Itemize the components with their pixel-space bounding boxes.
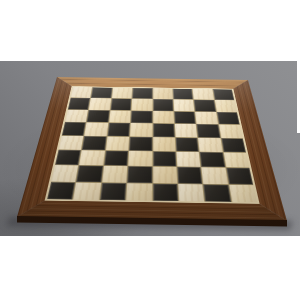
- square-h7: [215, 100, 237, 112]
- square-a5: [62, 122, 86, 135]
- square-d6: [131, 111, 152, 123]
- square-b2: [77, 166, 103, 182]
- square-b3: [80, 150, 105, 165]
- square-h1: [229, 185, 257, 203]
- square-c6: [109, 110, 131, 122]
- square-a6: [65, 110, 88, 122]
- board-grid: [47, 87, 257, 202]
- square-c4: [106, 136, 129, 150]
- square-c8: [112, 88, 132, 99]
- square-f4: [176, 137, 199, 151]
- square-a8: [71, 87, 93, 98]
- square-f6: [174, 111, 196, 123]
- square-e3: [153, 151, 176, 166]
- square-b7: [89, 98, 111, 110]
- square-a4: [59, 136, 84, 150]
- maple-border-line: [45, 86, 260, 204]
- square-d4: [129, 137, 152, 151]
- square-b1: [74, 182, 101, 200]
- square-e2: [153, 167, 177, 183]
- square-c3: [104, 151, 128, 166]
- square-g6: [195, 112, 217, 124]
- square-f2: [177, 167, 202, 183]
- square-e6: [153, 111, 174, 123]
- square-g3: [200, 152, 225, 167]
- square-b6: [87, 110, 109, 122]
- square-h8: [213, 89, 234, 100]
- square-h6: [217, 112, 240, 124]
- square-a2: [51, 165, 78, 181]
- square-e4: [153, 137, 176, 151]
- square-d5: [130, 123, 152, 136]
- square-f7: [173, 100, 194, 112]
- square-d1: [126, 183, 151, 201]
- square-f5: [175, 124, 197, 137]
- square-c7: [110, 99, 131, 111]
- square-a3: [55, 150, 81, 165]
- square-e1: [153, 183, 178, 201]
- square-e5: [153, 124, 175, 137]
- square-h5: [219, 125, 243, 138]
- square-e8: [153, 88, 173, 99]
- square-d7: [132, 99, 152, 111]
- square-e7: [153, 99, 173, 111]
- square-g2: [202, 168, 228, 184]
- square-g8: [193, 89, 214, 100]
- square-b5: [85, 123, 108, 136]
- square-d2: [127, 166, 151, 182]
- square-g5: [197, 124, 220, 137]
- square-f8: [173, 89, 193, 100]
- square-g1: [204, 184, 231, 202]
- chess-board: [17, 77, 287, 221]
- square-h2: [226, 168, 253, 184]
- square-f1: [178, 184, 204, 202]
- square-c2: [102, 166, 127, 182]
- square-h3: [223, 152, 249, 167]
- square-a7: [68, 98, 90, 110]
- square-g4: [198, 138, 222, 152]
- product-photo: [0, 0, 300, 300]
- square-b4: [82, 136, 106, 150]
- square-f3: [176, 152, 200, 167]
- square-g7: [194, 100, 216, 112]
- square-d3: [128, 151, 151, 166]
- square-b8: [91, 87, 112, 98]
- square-d8: [132, 88, 152, 99]
- square-c5: [107, 123, 130, 136]
- square-h4: [221, 138, 246, 152]
- square-a1: [47, 182, 75, 200]
- square-c1: [100, 183, 126, 201]
